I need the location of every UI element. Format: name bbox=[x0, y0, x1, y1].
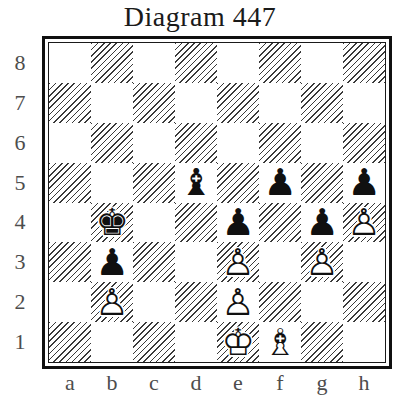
piece-black-pawn: ♟♟ bbox=[217, 203, 259, 243]
square-c1 bbox=[133, 322, 175, 362]
square-c3 bbox=[133, 242, 175, 282]
square-e3: ♟♙ bbox=[217, 242, 259, 282]
piece-glyph: ♙ bbox=[347, 204, 380, 241]
piece-white-pawn: ♟♙ bbox=[217, 242, 259, 282]
file-label-f: f bbox=[259, 369, 301, 397]
rank-label-3: 3 bbox=[6, 242, 34, 282]
square-c6 bbox=[133, 123, 175, 163]
rank-label-2: 2 bbox=[6, 282, 34, 322]
piece-black-pawn: ♟♟ bbox=[91, 242, 133, 282]
piece-black-pawn: ♟♟ bbox=[343, 163, 385, 203]
square-b8 bbox=[91, 43, 133, 83]
piece-white-pawn: ♟♙ bbox=[217, 282, 259, 322]
square-g4: ♟♟ bbox=[301, 203, 343, 243]
square-a5 bbox=[49, 163, 91, 203]
piece-glyph: ♙ bbox=[221, 244, 254, 281]
piece-white-pawn: ♟♙ bbox=[343, 203, 385, 243]
square-a7 bbox=[49, 83, 91, 123]
square-d5: ♝♝ bbox=[175, 163, 217, 203]
diagram-title: Diagram 447 bbox=[0, 1, 400, 33]
board-grid: ♝♝♟♟♟♟♚♚♟♟♟♟♟♙♟♟♟♙♟♙♟♙♟♙♚♔♝♗ bbox=[48, 42, 386, 363]
square-c5 bbox=[133, 163, 175, 203]
rank-label-6: 6 bbox=[6, 123, 34, 163]
piece-white-pawn: ♟♙ bbox=[91, 282, 133, 322]
square-g7 bbox=[301, 83, 343, 123]
piece-glyph: ♟ bbox=[263, 164, 296, 201]
file-label-a: a bbox=[49, 369, 91, 397]
square-c4 bbox=[133, 203, 175, 243]
square-f5: ♟♟ bbox=[259, 163, 301, 203]
square-g2 bbox=[301, 282, 343, 322]
piece-glyph: ♟ bbox=[221, 204, 254, 241]
square-f1: ♝♗ bbox=[259, 322, 301, 362]
piece-glyph: ♟ bbox=[95, 244, 128, 281]
square-b7 bbox=[91, 83, 133, 123]
piece-white-bishop: ♝♗ bbox=[259, 322, 301, 362]
square-e2: ♟♙ bbox=[217, 282, 259, 322]
file-label-b: b bbox=[91, 369, 133, 397]
piece-glyph: ♚ bbox=[95, 204, 128, 241]
square-e4: ♟♟ bbox=[217, 203, 259, 243]
square-a1 bbox=[49, 322, 91, 362]
piece-white-pawn: ♟♙ bbox=[301, 242, 343, 282]
square-b6 bbox=[91, 123, 133, 163]
square-h2 bbox=[343, 282, 385, 322]
piece-black-pawn: ♟♟ bbox=[259, 163, 301, 203]
rank-label-7: 7 bbox=[6, 83, 34, 123]
piece-glyph: ♟ bbox=[347, 164, 380, 201]
piece-glyph: ♔ bbox=[221, 324, 254, 361]
square-d6 bbox=[175, 123, 217, 163]
file-label-c: c bbox=[133, 369, 175, 397]
file-labels: abcdefgh bbox=[49, 369, 385, 397]
file-label-g: g bbox=[301, 369, 343, 397]
square-e7 bbox=[217, 83, 259, 123]
square-h5: ♟♟ bbox=[343, 163, 385, 203]
piece-glyph: ♗ bbox=[263, 324, 296, 361]
piece-black-pawn: ♟♟ bbox=[301, 203, 343, 243]
square-e8 bbox=[217, 43, 259, 83]
square-f2 bbox=[259, 282, 301, 322]
square-f4 bbox=[259, 203, 301, 243]
piece-glyph: ♙ bbox=[305, 244, 338, 281]
square-d3 bbox=[175, 242, 217, 282]
rank-label-4: 4 bbox=[6, 203, 34, 243]
square-d8 bbox=[175, 43, 217, 83]
piece-black-king: ♚♚ bbox=[91, 203, 133, 243]
rank-labels: 87654321 bbox=[6, 43, 34, 362]
square-f7 bbox=[259, 83, 301, 123]
square-h8 bbox=[343, 43, 385, 83]
square-e6 bbox=[217, 123, 259, 163]
square-b2: ♟♙ bbox=[91, 282, 133, 322]
square-g1 bbox=[301, 322, 343, 362]
square-h3 bbox=[343, 242, 385, 282]
square-g6 bbox=[301, 123, 343, 163]
square-d1 bbox=[175, 322, 217, 362]
square-b3: ♟♟ bbox=[91, 242, 133, 282]
square-a8 bbox=[49, 43, 91, 83]
square-a2 bbox=[49, 282, 91, 322]
piece-black-bishop: ♝♝ bbox=[175, 163, 217, 203]
piece-glyph: ♝ bbox=[179, 164, 212, 201]
square-h4: ♟♙ bbox=[343, 203, 385, 243]
square-f8 bbox=[259, 43, 301, 83]
square-b1 bbox=[91, 322, 133, 362]
square-g5 bbox=[301, 163, 343, 203]
square-e1: ♚♔ bbox=[217, 322, 259, 362]
square-e5 bbox=[217, 163, 259, 203]
square-f6 bbox=[259, 123, 301, 163]
square-h6 bbox=[343, 123, 385, 163]
file-label-e: e bbox=[217, 369, 259, 397]
square-c7 bbox=[133, 83, 175, 123]
rank-label-1: 1 bbox=[6, 322, 34, 362]
square-g3: ♟♙ bbox=[301, 242, 343, 282]
square-a3 bbox=[49, 242, 91, 282]
square-d4 bbox=[175, 203, 217, 243]
rank-label-8: 8 bbox=[6, 43, 34, 83]
file-label-h: h bbox=[343, 369, 385, 397]
square-d7 bbox=[175, 83, 217, 123]
square-h7 bbox=[343, 83, 385, 123]
chess-diagram-page: Diagram 447 87654321 ♝♝♟♟♟♟♚♚♟♟♟♟♟♙♟♟♟♙♟… bbox=[0, 0, 400, 400]
square-b4: ♚♚ bbox=[91, 203, 133, 243]
piece-glyph: ♙ bbox=[221, 284, 254, 321]
square-d2 bbox=[175, 282, 217, 322]
square-c2 bbox=[133, 282, 175, 322]
file-label-d: d bbox=[175, 369, 217, 397]
square-c8 bbox=[133, 43, 175, 83]
square-f3 bbox=[259, 242, 301, 282]
rank-label-5: 5 bbox=[6, 163, 34, 203]
piece-white-king: ♚♔ bbox=[217, 322, 259, 362]
square-a6 bbox=[49, 123, 91, 163]
piece-glyph: ♙ bbox=[95, 284, 128, 321]
square-h1 bbox=[343, 322, 385, 362]
square-g8 bbox=[301, 43, 343, 83]
chess-board: ♝♝♟♟♟♟♚♚♟♟♟♟♟♙♟♟♟♙♟♙♟♙♟♙♚♔♝♗ bbox=[42, 36, 392, 369]
piece-glyph: ♟ bbox=[305, 204, 338, 241]
square-b5 bbox=[91, 163, 133, 203]
square-a4 bbox=[49, 203, 91, 243]
